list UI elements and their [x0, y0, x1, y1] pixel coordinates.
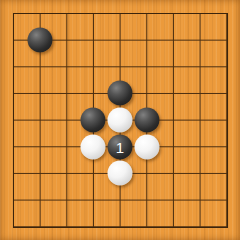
stone-white	[107, 161, 132, 186]
stone-white	[107, 107, 132, 132]
stones-layer: 1	[13, 13, 226, 226]
stone-black	[81, 107, 106, 132]
go-board[interactable]: 1	[0, 0, 240, 240]
stone-black	[27, 27, 52, 52]
stone-white	[81, 134, 106, 159]
stone-black	[107, 81, 132, 106]
move-number-label: 1	[116, 139, 124, 154]
stone-white	[134, 134, 159, 159]
stone-black	[134, 107, 159, 132]
stone-black-move-1: 1	[107, 134, 132, 159]
